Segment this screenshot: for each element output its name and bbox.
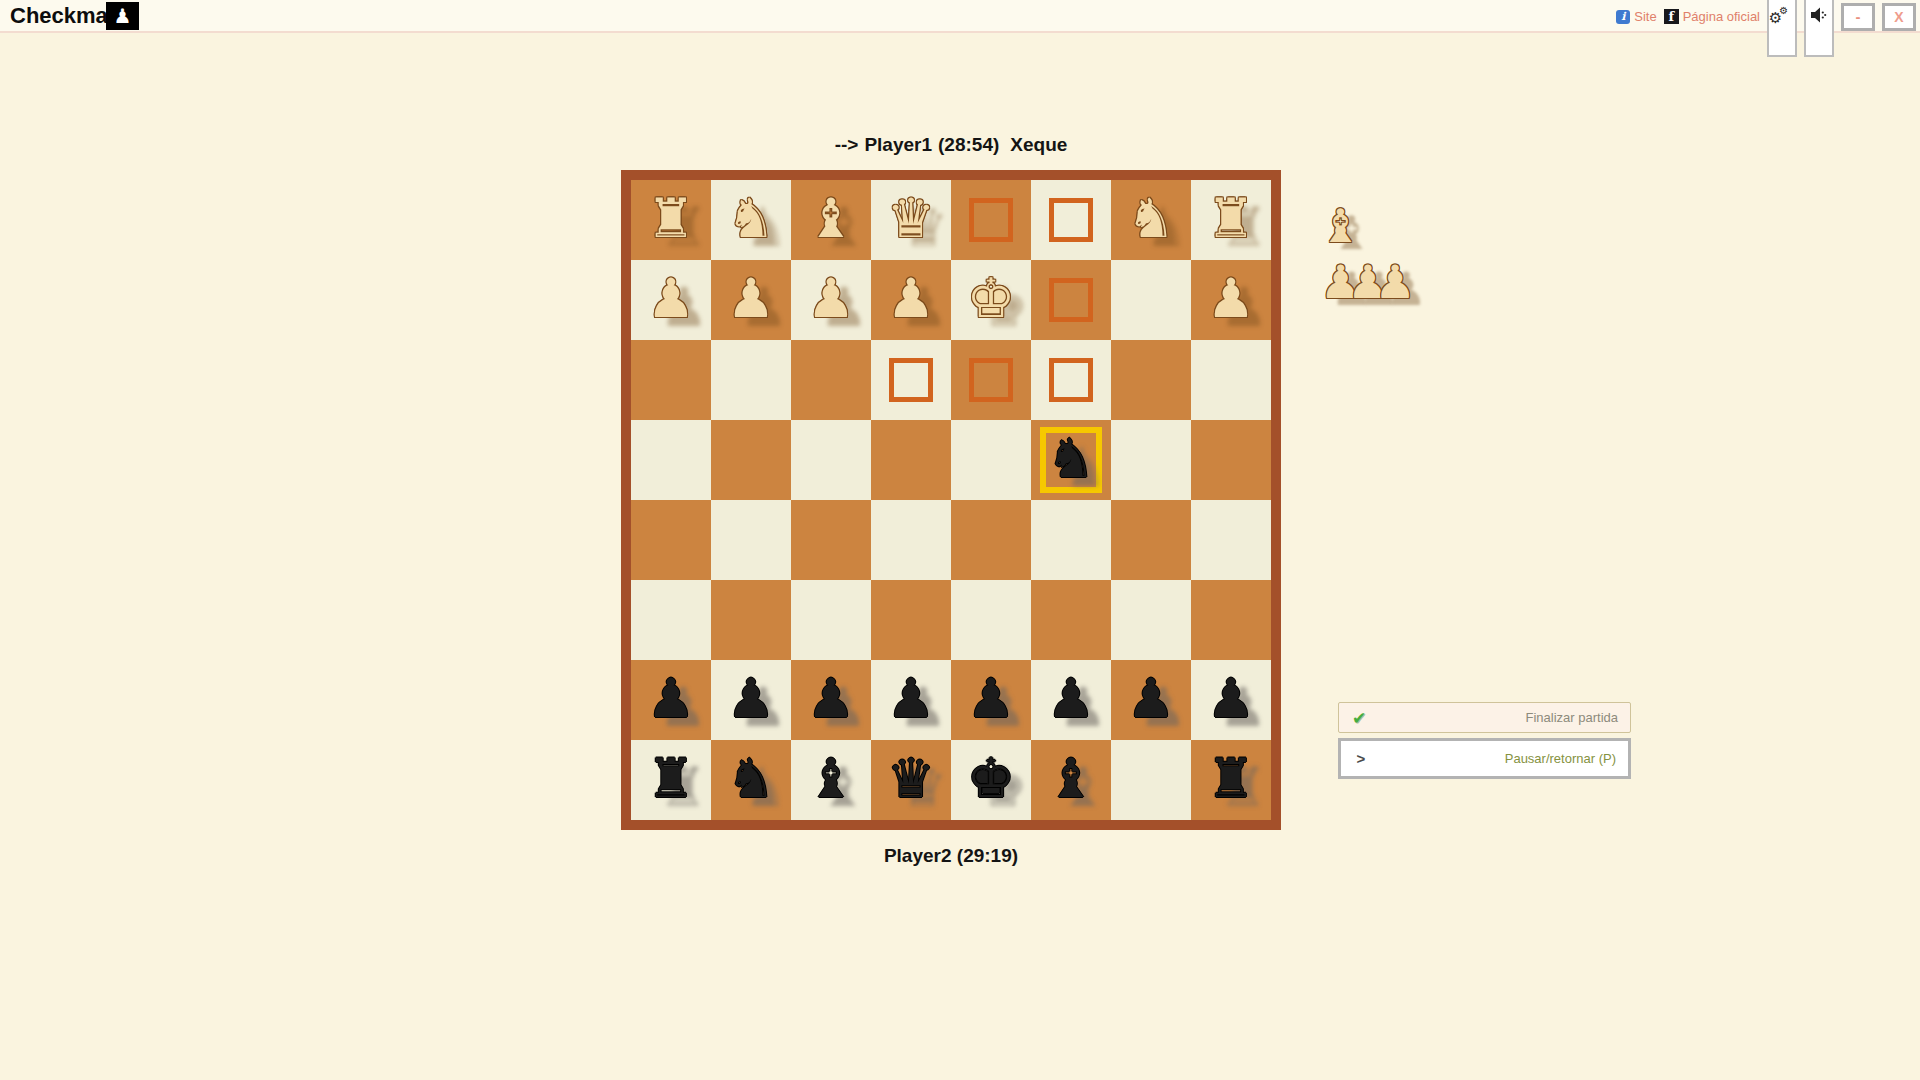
app-pawn-icon: ♟ [106,2,139,30]
black-pawn: ♟ [791,660,871,740]
square-g7[interactable]: ♟ [1111,660,1191,740]
player2-clock: (29:19) [957,845,1018,866]
square-d8[interactable]: ♛ [871,740,951,820]
move-hint-outline [1049,278,1093,322]
black-pawn: ♟ [1111,660,1191,740]
square-e3[interactable] [951,340,1031,420]
site-link[interactable]: i Site [1616,9,1656,24]
square-a3[interactable] [631,340,711,420]
square-d5[interactable] [871,500,951,580]
square-c7[interactable]: ♟ [791,660,871,740]
square-b8[interactable]: ♞ [711,740,791,820]
square-h2[interactable]: ♟ [1191,260,1271,340]
official-page-label: Página oficial [1683,9,1760,24]
close-button[interactable]: X [1882,3,1916,31]
black-rook: ♜ [1191,740,1271,820]
square-h6[interactable] [1191,580,1271,660]
square-d1[interactable]: ♛ [871,180,951,260]
square-e7[interactable]: ♟ [951,660,1031,740]
square-g6[interactable] [1111,580,1191,660]
captured-pieces-tray: ♝ ♟♟♟ [1312,196,1472,316]
square-b3[interactable] [711,340,791,420]
black-knight: ♞ [1031,420,1111,500]
square-d7[interactable]: ♟ [871,660,951,740]
square-a2[interactable]: ♟ [631,260,711,340]
square-h1[interactable]: ♜ [1191,180,1271,260]
black-king: ♚ [951,740,1031,820]
square-c6[interactable] [791,580,871,660]
square-g2[interactable] [1111,260,1191,340]
square-a5[interactable] [631,500,711,580]
white-rook: ♜ [631,180,711,260]
titlebar: Checkmate! ♟ i Site f Página oficial ⚙ ⚙ [0,0,1920,33]
pause-resume-label: Pausar/retornar (P) [1371,751,1628,766]
square-f3[interactable] [1031,340,1111,420]
black-pawn: ♟ [711,660,791,740]
black-knight: ♞ [711,740,791,820]
square-c3[interactable] [791,340,871,420]
turn-arrow: --> [835,134,859,155]
pause-resume-button[interactable]: > Pausar/retornar (P) [1338,738,1631,779]
square-e2[interactable]: ♚ [951,260,1031,340]
captured-row-1: ♝ [1312,196,1472,252]
minimize-button[interactable]: - [1841,3,1875,31]
square-e8[interactable]: ♚ [951,740,1031,820]
square-f2[interactable] [1031,260,1111,340]
black-bishop: ♝ [791,740,871,820]
move-hint-outline [1049,198,1093,242]
black-rook: ♜ [631,740,711,820]
black-pawn: ♟ [631,660,711,740]
gear-small-icon: ⚙ [1779,6,1788,16]
player1-clock: (28:54) [938,134,999,155]
square-b5[interactable] [711,500,791,580]
square-f6[interactable] [1031,580,1111,660]
white-pawn: ♟ [711,260,791,340]
captured-white-bishop: ♝ [1320,200,1361,252]
official-page-link[interactable]: f Página oficial [1664,9,1760,24]
finish-game-button[interactable]: ✔ Finalizar partida [1338,702,1631,733]
info-icon: i [1616,10,1630,24]
square-g5[interactable] [1111,500,1191,580]
square-h4[interactable] [1191,420,1271,500]
site-link-label: Site [1634,9,1656,24]
player2-status: Player2 (29:19) [621,845,1281,867]
square-h8[interactable]: ♜ [1191,740,1271,820]
square-h5[interactable] [1191,500,1271,580]
black-pawn: ♟ [1031,660,1111,740]
square-d3[interactable] [871,340,951,420]
sound-button[interactable] [1804,0,1834,57]
white-bishop: ♝ [791,180,871,260]
square-b1[interactable]: ♞ [711,180,791,260]
check-label: Xeque [1010,134,1067,155]
captured-white-pawn: ♟ [1375,256,1416,308]
white-pawn: ♟ [871,260,951,340]
facebook-icon: f [1664,9,1679,24]
move-hint-outline [969,198,1013,242]
speaker-icon [1810,6,1829,28]
square-e5[interactable] [951,500,1031,580]
square-c2[interactable]: ♟ [791,260,871,340]
player2-name: Player2 [884,845,952,866]
square-d4[interactable] [871,420,951,500]
white-pawn: ♟ [1191,260,1271,340]
square-c1[interactable]: ♝ [791,180,871,260]
square-b2[interactable]: ♟ [711,260,791,340]
white-knight: ♞ [711,180,791,260]
square-h3[interactable] [1191,340,1271,420]
square-b4[interactable] [711,420,791,500]
square-f7[interactable]: ♟ [1031,660,1111,740]
square-d6[interactable] [871,580,951,660]
settings-button[interactable]: ⚙ ⚙ [1767,0,1797,57]
square-d2[interactable]: ♟ [871,260,951,340]
white-rook: ♜ [1191,180,1271,260]
square-e6[interactable] [951,580,1031,660]
square-g4[interactable] [1111,420,1191,500]
check-icon: ✔ [1349,708,1369,728]
square-a1[interactable]: ♜ [631,180,711,260]
black-pawn: ♟ [871,660,951,740]
square-g1[interactable]: ♞ [1111,180,1191,260]
square-f8[interactable]: ♝ [1031,740,1111,820]
square-g8[interactable] [1111,740,1191,820]
finish-game-label: Finalizar partida [1369,710,1630,725]
move-hint-outline [969,358,1013,402]
square-e4[interactable] [951,420,1031,500]
close-icon: X [1894,10,1903,24]
white-knight: ♞ [1111,180,1191,260]
black-pawn: ♟ [1191,660,1271,740]
square-h7[interactable]: ♟ [1191,660,1271,740]
square-a8[interactable]: ♜ [631,740,711,820]
minimize-icon: - [1856,9,1861,24]
player1-name: Player1 [864,134,932,155]
square-g3[interactable] [1111,340,1191,420]
captured-row-2: ♟♟♟ [1312,252,1472,308]
square-a6[interactable] [631,580,711,660]
white-pawn: ♟ [791,260,871,340]
square-b6[interactable] [711,580,791,660]
white-king: ♚ [951,260,1031,340]
black-pawn: ♟ [951,660,1031,740]
square-e1[interactable] [951,180,1031,260]
chevron-right-icon: > [1351,750,1371,767]
chess-board: ♜♞♝♛♞♜♟♟♟♟♚♟♞♟♟♟♟♟♟♟♟♜♞♝♛♚♝♜ [621,170,1281,830]
square-c5[interactable] [791,500,871,580]
square-f5[interactable] [1031,500,1111,580]
titlebar-right-cluster: i Site f Página oficial ⚙ ⚙ - X [1616,2,1916,31]
square-c4[interactable] [791,420,871,500]
black-queen: ♛ [871,740,951,820]
white-queen: ♛ [871,180,951,260]
white-pawn: ♟ [631,260,711,340]
move-hint-outline [1049,358,1093,402]
square-c8[interactable]: ♝ [791,740,871,820]
player1-status: -->Player1(28:54)Xeque [621,134,1281,156]
square-f4[interactable]: ♞ [1031,420,1111,500]
black-bishop: ♝ [1031,740,1111,820]
square-a7[interactable]: ♟ [631,660,711,740]
square-a4[interactable] [631,420,711,500]
move-hint-outline [889,358,933,402]
square-f1[interactable] [1031,180,1111,260]
square-b7[interactable]: ♟ [711,660,791,740]
